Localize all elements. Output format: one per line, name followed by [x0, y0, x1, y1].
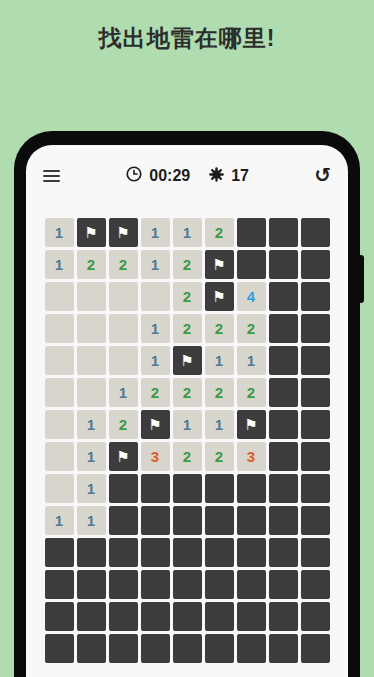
cell-r4c1[interactable] — [45, 314, 74, 343]
cell-r12c6[interactable] — [205, 570, 234, 599]
cell-r4c6[interactable]: 2 — [205, 314, 234, 343]
cell-r3c3[interactable] — [109, 282, 138, 311]
cell-r1c1[interactable]: 1 — [45, 218, 74, 247]
cell-r6c3[interactable]: 1 — [109, 378, 138, 407]
cell-r13c6[interactable] — [205, 602, 234, 631]
phone-mockup: 00:29 — [14, 131, 360, 677]
cell-r4c3[interactable] — [109, 314, 138, 343]
cell-r9c9[interactable] — [301, 474, 330, 503]
cell-r9c8[interactable] — [269, 474, 298, 503]
cell-r14c2[interactable] — [77, 634, 106, 663]
cell-r9c2[interactable]: 1 — [77, 474, 106, 503]
cell-r1c4[interactable]: 1 — [141, 218, 170, 247]
cell-r2c1[interactable]: 1 — [45, 250, 74, 279]
cell-r11c9[interactable] — [301, 538, 330, 567]
cell-r8c2[interactable]: 1 — [77, 442, 106, 471]
mine-icon — [208, 166, 225, 187]
cell-r12c7[interactable] — [237, 570, 266, 599]
cell-r5c3[interactable] — [109, 346, 138, 375]
cell-r12c8[interactable] — [269, 570, 298, 599]
cell-r11c8[interactable] — [269, 538, 298, 567]
cell-r7c7[interactable]: ⚑ — [237, 410, 266, 439]
cell-r6c7[interactable]: 2 — [237, 378, 266, 407]
cell-r2c7[interactable] — [237, 250, 266, 279]
cell-r3c5[interactable]: 2 — [173, 282, 202, 311]
cell-r1c7[interactable] — [237, 218, 266, 247]
cell-r5c5[interactable]: ⚑ — [173, 346, 202, 375]
cell-r3c9[interactable] — [301, 282, 330, 311]
cell-r10c7[interactable] — [237, 506, 266, 535]
cell-r13c5[interactable] — [173, 602, 202, 631]
cell-r5c1[interactable] — [45, 346, 74, 375]
cell-r2c2[interactable]: 2 — [77, 250, 106, 279]
cell-r14c3[interactable] — [109, 634, 138, 663]
cell-r2c5[interactable]: 2 — [173, 250, 202, 279]
cell-r8c4[interactable]: 3 — [141, 442, 170, 471]
cell-r4c7[interactable]: 2 — [237, 314, 266, 343]
cell-r5c8[interactable] — [269, 346, 298, 375]
status-group: 00:29 — [60, 165, 314, 187]
cell-r13c7[interactable] — [237, 602, 266, 631]
cell-r6c1[interactable] — [45, 378, 74, 407]
cell-r5c7[interactable]: 1 — [237, 346, 266, 375]
cell-r14c6[interactable] — [205, 634, 234, 663]
cell-r2c8[interactable] — [269, 250, 298, 279]
cell-r1c3[interactable]: ⚑ — [109, 218, 138, 247]
cell-r11c6[interactable] — [205, 538, 234, 567]
cell-r10c3[interactable] — [109, 506, 138, 535]
cell-r6c6[interactable]: 2 — [205, 378, 234, 407]
cell-r1c9[interactable] — [301, 218, 330, 247]
cell-r10c6[interactable] — [205, 506, 234, 535]
phone-screen: 00:29 — [26, 145, 348, 677]
cell-r1c2[interactable]: ⚑ — [77, 218, 106, 247]
timer-value: 00:29 — [149, 167, 190, 185]
cell-r12c2[interactable] — [77, 570, 106, 599]
cell-r8c3[interactable]: ⚑ — [109, 442, 138, 471]
cell-r7c1[interactable] — [45, 410, 74, 439]
board: 1⚑⚑11212212⚑2⚑412221⚑111222212⚑11⚑1⚑3223… — [26, 218, 348, 663]
cell-r9c3[interactable] — [109, 474, 138, 503]
cell-r2c6[interactable]: ⚑ — [205, 250, 234, 279]
cell-r12c4[interactable] — [141, 570, 170, 599]
cell-r3c4[interactable] — [141, 282, 170, 311]
cell-r6c4[interactable]: 2 — [141, 378, 170, 407]
cell-r9c5[interactable] — [173, 474, 202, 503]
cell-r10c1[interactable]: 1 — [45, 506, 74, 535]
flag-icon: ⚑ — [116, 225, 129, 240]
cell-r11c3[interactable] — [109, 538, 138, 567]
cell-r13c9[interactable] — [301, 602, 330, 631]
cell-r2c3[interactable]: 2 — [109, 250, 138, 279]
cell-r8c6[interactable]: 2 — [205, 442, 234, 471]
cell-r9c7[interactable] — [237, 474, 266, 503]
cell-r5c4[interactable]: 1 — [141, 346, 170, 375]
cell-r3c7[interactable]: 4 — [237, 282, 266, 311]
cell-r8c7[interactable]: 3 — [237, 442, 266, 471]
cell-r9c4[interactable] — [141, 474, 170, 503]
cell-r8c8[interactable] — [269, 442, 298, 471]
cell-r7c6[interactable]: 1 — [205, 410, 234, 439]
cell-r3c1[interactable] — [45, 282, 74, 311]
cell-r14c5[interactable] — [173, 634, 202, 663]
flag-icon: ⚑ — [180, 353, 193, 368]
cell-r12c5[interactable] — [173, 570, 202, 599]
cell-r10c5[interactable] — [173, 506, 202, 535]
flag-icon: ⚑ — [212, 257, 225, 272]
flag-icon: ⚑ — [148, 417, 161, 432]
cell-r7c2[interactable]: 1 — [77, 410, 106, 439]
cell-r1c5[interactable]: 1 — [173, 218, 202, 247]
cell-r14c4[interactable] — [141, 634, 170, 663]
cell-r6c2[interactable] — [77, 378, 106, 407]
cell-r9c1[interactable] — [45, 474, 74, 503]
cell-r10c4[interactable] — [141, 506, 170, 535]
cell-r11c1[interactable] — [45, 538, 74, 567]
cell-r6c8[interactable] — [269, 378, 298, 407]
cell-r1c6[interactable]: 2 — [205, 218, 234, 247]
reset-button[interactable]: ↺ — [314, 165, 331, 185]
cell-r7c3[interactable]: 2 — [109, 410, 138, 439]
cell-r8c1[interactable] — [45, 442, 74, 471]
cell-r4c9[interactable] — [301, 314, 330, 343]
cell-r5c9[interactable] — [301, 346, 330, 375]
cell-r9c6[interactable] — [205, 474, 234, 503]
cell-r11c2[interactable] — [77, 538, 106, 567]
page: 找出地雷在哪里! 00:29 — [0, 0, 374, 677]
cell-r6c5[interactable]: 2 — [173, 378, 202, 407]
mine-count: 17 — [231, 167, 249, 185]
cell-r12c3[interactable] — [109, 570, 138, 599]
cell-r3c6[interactable]: ⚑ — [205, 282, 234, 311]
cell-r13c8[interactable] — [269, 602, 298, 631]
cell-r13c1[interactable] — [45, 602, 74, 631]
cell-r8c9[interactable] — [301, 442, 330, 471]
cell-r13c3[interactable] — [109, 602, 138, 631]
cell-r13c2[interactable] — [77, 602, 106, 631]
flag-icon: ⚑ — [212, 289, 225, 304]
cell-r11c5[interactable] — [173, 538, 202, 567]
cell-r7c4[interactable]: ⚑ — [141, 410, 170, 439]
page-title: 找出地雷在哪里! — [0, 23, 374, 54]
cell-r8c5[interactable]: 2 — [173, 442, 202, 471]
cell-r14c9[interactable] — [301, 634, 330, 663]
menu-icon[interactable] — [43, 167, 60, 185]
cell-r7c5[interactable]: 1 — [173, 410, 202, 439]
cell-r2c9[interactable] — [301, 250, 330, 279]
cell-r12c9[interactable] — [301, 570, 330, 599]
cell-r1c8[interactable] — [269, 218, 298, 247]
cell-r2c4[interactable]: 1 — [141, 250, 170, 279]
cell-r4c2[interactable] — [77, 314, 106, 343]
cell-r3c2[interactable] — [77, 282, 106, 311]
cell-r14c7[interactable] — [237, 634, 266, 663]
cell-r13c4[interactable] — [141, 602, 170, 631]
flag-icon: ⚑ — [84, 225, 97, 240]
cell-r4c5[interactable]: 2 — [173, 314, 202, 343]
cell-r14c8[interactable] — [269, 634, 298, 663]
cell-r12c1[interactable] — [45, 570, 74, 599]
topbar: 00:29 — [26, 145, 348, 187]
cell-r5c6[interactable]: 1 — [205, 346, 234, 375]
flag-icon: ⚑ — [116, 449, 129, 464]
cell-r6c9[interactable] — [301, 378, 330, 407]
cell-r10c2[interactable]: 1 — [77, 506, 106, 535]
phone-side-button — [358, 255, 364, 303]
cell-r14c1[interactable] — [45, 634, 74, 663]
flag-icon: ⚑ — [244, 417, 257, 432]
cell-r11c7[interactable] — [237, 538, 266, 567]
cell-r11c4[interactable] — [141, 538, 170, 567]
cell-r10c9[interactable] — [301, 506, 330, 535]
cell-r4c8[interactable] — [269, 314, 298, 343]
cell-r4c4[interactable]: 1 — [141, 314, 170, 343]
clock-icon — [125, 165, 143, 187]
cell-r7c8[interactable] — [269, 410, 298, 439]
cell-r7c9[interactable] — [301, 410, 330, 439]
cell-r3c8[interactable] — [269, 282, 298, 311]
cell-r10c8[interactable] — [269, 506, 298, 535]
cell-r5c2[interactable] — [77, 346, 106, 375]
